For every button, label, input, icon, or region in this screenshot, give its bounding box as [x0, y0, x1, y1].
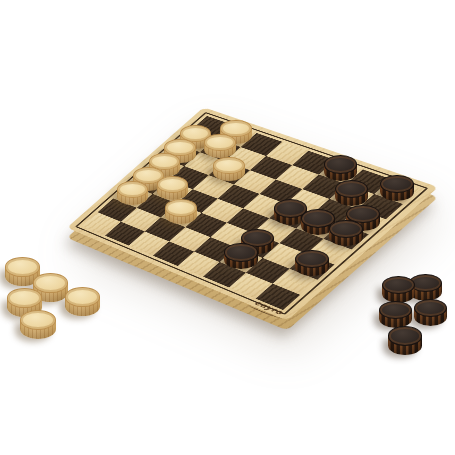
- checker-piece-side: [414, 308, 447, 326]
- checker-piece-dark: [414, 299, 447, 326]
- checker-piece-top: [7, 288, 42, 308]
- checker-piece-dark: [388, 326, 422, 354]
- checker-piece-top: [65, 287, 100, 307]
- checker-piece-side: [7, 298, 42, 317]
- checker-piece-side: [409, 283, 442, 301]
- checker-piece-light: [33, 273, 68, 302]
- checker-piece-dark: [379, 301, 412, 328]
- checker-piece-side: [20, 320, 56, 339]
- board-frame-line: [75, 112, 428, 315]
- checker-piece-top: [388, 326, 422, 345]
- product-photo-scene: cayro: [0, 0, 455, 455]
- checker-piece-light: [65, 287, 100, 316]
- checker-piece-top: [409, 274, 442, 292]
- checkers-board: cayro: [82, 116, 420, 310]
- checker-piece-top: [33, 273, 68, 293]
- checker-piece-top: [414, 299, 447, 317]
- checker-piece-dark: [382, 276, 415, 303]
- checker-piece-dark: [409, 274, 442, 301]
- checker-piece-top: [5, 257, 40, 277]
- checker-piece-light: [7, 288, 42, 317]
- checker-piece-top: [382, 276, 415, 294]
- checker-piece-side: [379, 310, 412, 328]
- checker-piece-top: [379, 301, 412, 319]
- checker-piece-side: [33, 283, 68, 302]
- checker-piece-side: [5, 267, 40, 286]
- checker-piece-side: [388, 336, 422, 355]
- checker-piece-light: [20, 310, 56, 339]
- checker-piece-light: [5, 257, 40, 286]
- checker-piece-top: [20, 310, 56, 330]
- checker-piece-side: [65, 297, 100, 316]
- checker-piece-side: [382, 285, 415, 303]
